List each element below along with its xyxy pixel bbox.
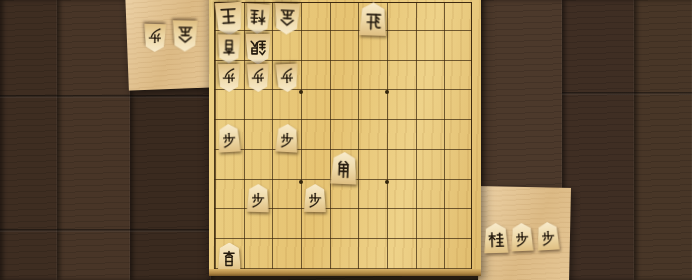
- shogi-board: [209, 0, 481, 276]
- piece-face: [245, 3, 271, 34]
- piece-sente-pawn[interactable]: [247, 183, 270, 212]
- piece-sente-bishop[interactable]: [330, 151, 357, 184]
- pawn-kanji-glyph: [221, 129, 238, 151]
- piece-sente-lance[interactable]: [218, 243, 241, 272]
- piece-gote-pawn[interactable]: [275, 64, 298, 93]
- piece-gote-silver[interactable]: [246, 33, 271, 64]
- table-plank-seam: [562, 92, 692, 95]
- shogi-photo-scene: [0, 0, 692, 280]
- board-grid[interactable]: [214, 2, 472, 270]
- piece-face: [246, 33, 271, 64]
- piece-face: [218, 64, 240, 92]
- knight-kanji-glyph: [487, 229, 505, 252]
- pawn-kanji-glyph: [278, 129, 295, 151]
- silver-kanji-glyph: [249, 35, 268, 58]
- board-star-point: [385, 90, 389, 94]
- piece-sente-pawn[interactable]: [275, 123, 299, 152]
- board-star-point: [385, 180, 389, 184]
- bishop-kanji-glyph: [334, 158, 354, 183]
- lance-kanji-glyph: [221, 248, 238, 270]
- piece-face: [330, 151, 357, 184]
- rook-kanji-glyph: [362, 9, 383, 34]
- piece-face: [218, 123, 242, 152]
- pawn-kanji-glyph: [307, 189, 324, 210]
- pawn-kanji-glyph: [250, 189, 267, 210]
- piece-sente-pawn[interactable]: [536, 221, 560, 250]
- gote-piece-stand: [125, 0, 214, 91]
- pawn-kanji-glyph: [221, 66, 238, 87]
- piece-sente-pawn[interactable]: [304, 183, 326, 211]
- table-plank: [0, 0, 57, 280]
- board-front-edge: [209, 269, 481, 276]
- piece-face: [304, 183, 326, 211]
- table-plank: [57, 0, 130, 280]
- piece-face: [359, 2, 387, 36]
- pawn-kanji-glyph: [514, 228, 531, 250]
- piece-gote-pawn[interactable]: [247, 64, 270, 93]
- piece-sente-knight[interactable]: [484, 223, 509, 254]
- piece-gote-gold[interactable]: [274, 3, 300, 35]
- gold-kanji-glyph: [176, 22, 195, 46]
- pawn-kanji-glyph: [278, 66, 295, 88]
- table-plank-seam: [0, 229, 211, 232]
- piece-gote-pawn[interactable]: [218, 64, 240, 92]
- gold-kanji-glyph: [277, 5, 296, 29]
- piece-face: [172, 20, 197, 51]
- piece-face: [275, 64, 298, 93]
- table-plank: [634, 0, 692, 280]
- piece-face: [215, 2, 244, 36]
- piece-gote-knight[interactable]: [245, 3, 271, 34]
- king-kanji-glyph: [219, 3, 240, 29]
- board-star-point: [299, 180, 303, 184]
- piece-face: [484, 223, 509, 254]
- piece-face: [247, 183, 270, 212]
- piece-sente-pawn[interactable]: [218, 123, 242, 152]
- piece-face: [536, 221, 560, 250]
- pawn-kanji-glyph: [539, 227, 556, 249]
- lance-kanji-glyph: [221, 35, 238, 57]
- board-star-point: [299, 90, 303, 94]
- piece-gote-gold[interactable]: [172, 20, 197, 51]
- piece-face: [218, 243, 241, 272]
- piece-face: [510, 223, 533, 252]
- piece-face: [275, 123, 299, 152]
- pawn-kanji-glyph: [147, 25, 164, 46]
- table-plank-seam: [0, 95, 211, 98]
- table-plank: [562, 0, 634, 280]
- knight-kanji-glyph: [249, 5, 268, 28]
- piece-sente-pawn[interactable]: [510, 223, 533, 252]
- pawn-kanji-glyph: [250, 66, 267, 87]
- piece-face: [247, 64, 270, 93]
- piece-face: [218, 34, 241, 63]
- piece-face: [274, 3, 300, 35]
- piece-gote-pawn[interactable]: [144, 24, 167, 53]
- piece-sente-rook[interactable]: [359, 2, 387, 36]
- piece-gote-lance[interactable]: [218, 34, 241, 63]
- piece-face: [144, 24, 167, 53]
- piece-gote-king[interactable]: [215, 2, 244, 36]
